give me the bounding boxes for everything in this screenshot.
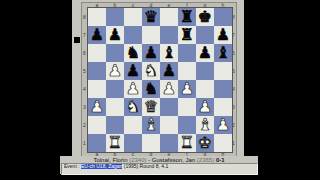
square-a2[interactable] [88,116,106,134]
black-knight-icon: ♞ [126,44,140,62]
white-rook-icon: ♜ [108,134,122,152]
square-c5[interactable]: ♟ [124,62,142,80]
white-bishop-icon: ♝ [198,116,212,134]
square-a3[interactable]: ♟ [88,98,106,116]
white-pawn-icon: ♟ [108,62,122,80]
square-e2[interactable] [160,116,178,134]
square-g5[interactable] [196,62,214,80]
square-d4[interactable]: ♞ [142,80,160,98]
event-highlight[interactable]: EU-ch U18, Zagan [81,164,122,169]
square-g1[interactable]: ♚ [196,134,214,152]
square-g4[interactable] [196,80,214,98]
chessboard-squares[interactable]: ♛♜♚♟♟♜♟♞♟♝♟♝♟♟♞♟♟♞♟♟♟♞♛♟♝♝♟♜♜♚ [87,7,233,153]
square-g8[interactable]: ♚ [196,8,214,26]
black-pawn-icon: ♟ [216,26,230,44]
square-c8[interactable] [124,8,142,26]
square-f4[interactable]: ♟ [178,80,196,98]
white-knight-icon: ♞ [144,62,158,80]
black-pawn-icon: ♟ [90,26,104,44]
square-b6[interactable] [106,44,124,62]
square-a6[interactable] [88,44,106,62]
game-info-box: Event : EU-ch U18, Zagan (1995) Round 8,… [61,163,258,175]
square-e6[interactable]: ♝ [160,44,178,62]
square-d2[interactable]: ♝ [142,116,160,134]
square-c3[interactable]: ♞ [124,98,142,116]
square-a1[interactable] [88,134,106,152]
black-queen-icon: ♛ [144,8,158,26]
white-bishop-icon: ♝ [144,116,158,134]
black-king-icon: ♚ [198,8,212,26]
square-g2[interactable]: ♝ [196,116,214,134]
square-b4[interactable] [106,80,124,98]
white-pawn-icon: ♟ [216,116,230,134]
square-h5[interactable] [214,62,232,80]
event-line: Event : EU-ch U18, Zagan (1995) Round 8,… [64,164,256,169]
square-c6[interactable]: ♞ [124,44,142,62]
square-f1[interactable]: ♜ [178,134,196,152]
square-e8[interactable] [160,8,178,26]
black-rook-icon: ♜ [180,26,194,44]
black-knight-icon: ♞ [144,80,158,98]
square-f7[interactable]: ♜ [178,26,196,44]
event-label: Event : [64,164,80,169]
square-h3[interactable] [214,98,232,116]
video-frame: abcdefgh abcdefgh 87654321 87654321 ♛♜♚♟… [0,0,320,180]
square-c1[interactable] [124,134,142,152]
square-d5[interactable]: ♞ [142,62,160,80]
square-c4[interactable]: ♟ [124,80,142,98]
white-pawn-icon: ♟ [126,80,140,98]
black-bishop-icon: ♝ [162,44,176,62]
square-e3[interactable] [160,98,178,116]
black-pawn-icon: ♟ [144,44,158,62]
square-h1[interactable] [214,134,232,152]
square-f2[interactable] [178,116,196,134]
white-rook-icon: ♜ [180,134,194,152]
square-f8[interactable]: ♜ [178,8,196,26]
square-f6[interactable] [178,44,196,62]
white-pawn-icon: ♟ [162,80,176,98]
square-a5[interactable] [88,62,106,80]
white-knight-icon: ♞ [126,98,140,116]
square-h8[interactable] [214,8,232,26]
square-e5[interactable]: ♟ [160,62,178,80]
black-bishop-icon: ♝ [216,44,230,62]
caption-strip: Tolnai, Florin (2340) - Gustafsson, Jan … [60,156,258,174]
square-b7[interactable]: ♟ [106,26,124,44]
white-king-icon: ♚ [198,134,212,152]
square-e4[interactable]: ♟ [160,80,178,98]
black-rook-icon: ♜ [180,8,194,26]
black-pawn-icon: ♟ [162,62,176,80]
square-d3[interactable]: ♛ [142,98,160,116]
square-g6[interactable]: ♟ [196,44,214,62]
square-b3[interactable] [106,98,124,116]
square-c7[interactable] [124,26,142,44]
black-pawn-icon: ♟ [198,44,212,62]
square-h4[interactable] [214,80,232,98]
white-queen-icon: ♛ [144,98,158,116]
black-pawn-icon: ♟ [108,26,122,44]
square-a7[interactable]: ♟ [88,26,106,44]
square-f3[interactable] [178,98,196,116]
event-rest: (1995) Round 8, 4.1 [122,164,168,169]
white-pawn-icon: ♟ [90,98,104,116]
square-d8[interactable]: ♛ [142,8,160,26]
square-e1[interactable] [160,134,178,152]
square-b2[interactable] [106,116,124,134]
square-c2[interactable] [124,116,142,134]
white-pawn-icon: ♟ [198,98,212,116]
square-b8[interactable] [106,8,124,26]
black-pawn-icon: ♟ [126,62,140,80]
square-d7[interactable] [142,26,160,44]
square-d1[interactable] [142,134,160,152]
side-to-move-marker [74,37,80,43]
square-h6[interactable]: ♝ [214,44,232,62]
square-e7[interactable] [160,26,178,44]
square-g7[interactable] [196,26,214,44]
square-h7[interactable]: ♟ [214,26,232,44]
chessboard-panel: abcdefgh abcdefgh 87654321 87654321 ♛♜♚♟… [72,0,244,158]
square-g3[interactable]: ♟ [196,98,214,116]
square-a8[interactable] [88,8,106,26]
square-b5[interactable]: ♟ [106,62,124,80]
square-b1[interactable]: ♜ [106,134,124,152]
chessboard-frame: abcdefgh abcdefgh 87654321 87654321 ♛♜♚♟… [81,2,237,158]
square-f5[interactable] [178,62,196,80]
square-a4[interactable] [88,80,106,98]
square-d6[interactable]: ♟ [142,44,160,62]
white-pawn-icon: ♟ [180,80,194,98]
square-h2[interactable]: ♟ [214,116,232,134]
